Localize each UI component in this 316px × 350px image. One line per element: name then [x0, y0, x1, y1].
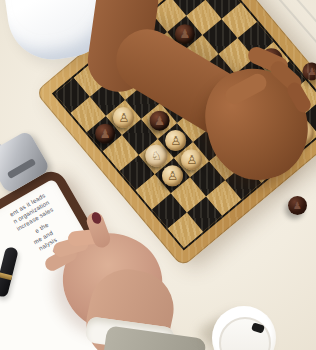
white-pawn-b6[interactable]: ♙: [113, 107, 134, 128]
white-pawn-c3[interactable]: ♙: [181, 149, 202, 170]
white-knight-b4[interactable]: ♘: [145, 145, 167, 167]
white-pawn-c4[interactable]: ♙: [165, 129, 186, 150]
white-pawn-b3[interactable]: ♙: [162, 165, 183, 186]
black-pawn-icon: ♟: [293, 200, 302, 211]
black-pawn-icon: ♟: [307, 66, 316, 77]
clipboard-clip-slot: [7, 158, 36, 179]
black-pawn-c5[interactable]: ♟: [149, 111, 169, 131]
coffee-cup-lid-ring: [219, 317, 271, 350]
pen-gold-band: [0, 272, 12, 280]
scene: ent as it leads n organization increase …: [0, 0, 316, 350]
captured-black-pawn-on-table[interactable]: ♟: [288, 196, 307, 215]
coffee-cup-lid: [212, 306, 276, 350]
black-pawn-a6[interactable]: ♟: [95, 124, 115, 144]
